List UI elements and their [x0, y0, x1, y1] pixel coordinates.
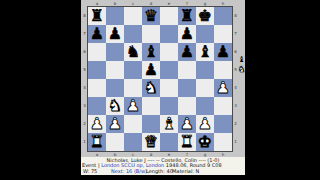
- square-e3[interactable]: [160, 97, 178, 115]
- chess-board[interactable]: ♜♛♜♚♟♟♟♞♝♟♝♟♟♞♟♞♟♟♟♝♟♟♜♛♜♚: [87, 6, 233, 152]
- rank-label-3: 3: [233, 96, 238, 114]
- square-g2[interactable]: ♟: [196, 115, 214, 133]
- square-b7[interactable]: ♟: [106, 25, 124, 43]
- piece-bR-a8[interactable]: ♜: [88, 7, 106, 24]
- piece-wK-g1[interactable]: ♚: [196, 133, 214, 150]
- square-h5[interactable]: [214, 61, 232, 79]
- square-f5[interactable]: [178, 61, 196, 79]
- piece-bB-g6[interactable]: ♝: [196, 43, 214, 60]
- square-c6[interactable]: ♞: [124, 43, 142, 61]
- square-b3[interactable]: ♞: [106, 97, 124, 115]
- square-h7[interactable]: [214, 25, 232, 43]
- square-g1[interactable]: ♚: [196, 133, 214, 151]
- square-a5[interactable]: [88, 61, 106, 79]
- piece-wP-g2[interactable]: ♟: [196, 115, 214, 132]
- stat-next: Next: 16 (B/w): [111, 168, 147, 174]
- piece-bP-f7[interactable]: ♟: [178, 25, 196, 42]
- piece-wB-e2[interactable]: ♝: [160, 115, 178, 132]
- square-f8[interactable]: ♜: [178, 7, 196, 25]
- square-b2[interactable]: ♟: [106, 115, 124, 133]
- piece-bP-h6[interactable]: ♟: [214, 43, 232, 60]
- square-a4[interactable]: [88, 79, 106, 97]
- rank-label-2: 2: [233, 114, 238, 132]
- piece-wP-f2[interactable]: ♟: [178, 115, 196, 132]
- square-a2[interactable]: ♟: [88, 115, 106, 133]
- square-c4[interactable]: [124, 79, 142, 97]
- piece-wP-b2[interactable]: ♟: [106, 115, 124, 132]
- stat-material: Material: N: [172, 168, 199, 174]
- rank-label-4: 4: [233, 78, 238, 96]
- piece-wR-f1[interactable]: ♜: [178, 133, 196, 150]
- square-e8[interactable]: [160, 7, 178, 25]
- square-d6[interactable]: ♝: [142, 43, 160, 61]
- square-b4[interactable]: [106, 79, 124, 97]
- square-f2[interactable]: ♟: [178, 115, 196, 133]
- rank-label-1: 1: [233, 132, 238, 150]
- piece-wR-a1[interactable]: ♜: [88, 133, 106, 150]
- chess-viewer-panel: abcdefgh 87654321 ♜♛♜♚♟♟♟♞♝♟♝♟♟♞♟♞♟♟♟♝♟♟…: [81, 0, 245, 175]
- square-g6[interactable]: ♝: [196, 43, 214, 61]
- piece-wP-c3[interactable]: ♟: [124, 97, 142, 114]
- square-c1[interactable]: [124, 133, 142, 151]
- piece-bP-d5[interactable]: ♟: [142, 61, 160, 78]
- stat-w: W: 75: [83, 168, 97, 174]
- square-e2[interactable]: ♝: [160, 115, 178, 133]
- piece-bP-a7[interactable]: ♟: [88, 25, 106, 42]
- material-imbalance-panel: ♝ ♞: [238, 55, 245, 74]
- square-e7[interactable]: [160, 25, 178, 43]
- square-f4[interactable]: [178, 79, 196, 97]
- square-f6[interactable]: ♟: [178, 43, 196, 61]
- square-a3[interactable]: [88, 97, 106, 115]
- square-f3[interactable]: [178, 97, 196, 115]
- square-c3[interactable]: ♟: [124, 97, 142, 115]
- square-d2[interactable]: [142, 115, 160, 133]
- stat-length: Length: 40: [146, 168, 173, 174]
- square-e6[interactable]: [160, 43, 178, 61]
- square-g7[interactable]: [196, 25, 214, 43]
- square-h1[interactable]: [214, 133, 232, 151]
- white-knight-icon: ♞: [238, 65, 245, 74]
- square-h4[interactable]: ♟: [214, 79, 232, 97]
- square-c8[interactable]: [124, 7, 142, 25]
- game-info-panel: Nicholas, Luke J ---- -- Costello, Colin…: [81, 157, 245, 175]
- square-f1[interactable]: ♜: [178, 133, 196, 151]
- square-d8[interactable]: ♛: [142, 7, 160, 25]
- square-b8[interactable]: [106, 7, 124, 25]
- piece-bR-f8[interactable]: ♜: [178, 7, 196, 24]
- piece-bP-b7[interactable]: ♟: [106, 25, 124, 42]
- piece-bB-d6[interactable]: ♝: [142, 43, 160, 60]
- square-g4[interactable]: [196, 79, 214, 97]
- square-g3[interactable]: [196, 97, 214, 115]
- piece-wP-h4[interactable]: ♟: [214, 79, 232, 96]
- square-a1[interactable]: ♜: [88, 133, 106, 151]
- square-d5[interactable]: ♟: [142, 61, 160, 79]
- square-c2[interactable]: [124, 115, 142, 133]
- board-frame: abcdefgh 87654321 ♜♛♜♚♟♟♟♞♝♟♝♟♟♞♟♞♟♟♟♝♟♟…: [82, 1, 238, 157]
- video-frame: abcdefgh 87654321 ♜♛♜♚♟♟♟♞♝♟♝♟♟♞♟♞♟♟♟♝♟♟…: [0, 0, 320, 180]
- square-a6[interactable]: [88, 43, 106, 61]
- square-g5[interactable]: [196, 61, 214, 79]
- square-e4[interactable]: [160, 79, 178, 97]
- square-d4[interactable]: ♞: [142, 79, 160, 97]
- square-f7[interactable]: ♟: [178, 25, 196, 43]
- square-h6[interactable]: ♟: [214, 43, 232, 61]
- square-g8[interactable]: ♚: [196, 7, 214, 25]
- piece-bP-f6[interactable]: ♟: [178, 43, 196, 60]
- square-h8[interactable]: [214, 7, 232, 25]
- piece-wQ-d1[interactable]: ♛: [142, 133, 160, 150]
- piece-wP-a2[interactable]: ♟: [88, 115, 106, 132]
- piece-bN-c6[interactable]: ♞: [124, 43, 142, 60]
- square-a7[interactable]: ♟: [88, 25, 106, 43]
- square-e1[interactable]: [160, 133, 178, 151]
- piece-bK-g8[interactable]: ♚: [196, 7, 214, 24]
- square-e5[interactable]: [160, 61, 178, 79]
- square-h2[interactable]: [214, 115, 232, 133]
- stats-line: W: 75 Next: 16 (B/w) Length: 40 Material…: [81, 168, 245, 174]
- rank-label-8: 8: [233, 6, 238, 24]
- square-c7[interactable]: [124, 25, 142, 43]
- rank-label-7: 7: [233, 24, 238, 42]
- piece-wN-b3[interactable]: ♞: [106, 97, 124, 114]
- square-b5[interactable]: [106, 61, 124, 79]
- black-bishop-icon: ♝: [238, 55, 245, 64]
- piece-wN-d4[interactable]: ♞: [142, 79, 160, 96]
- square-b6[interactable]: [106, 43, 124, 61]
- square-d7[interactable]: [142, 25, 160, 43]
- square-c5[interactable]: [124, 61, 142, 79]
- square-d3[interactable]: [142, 97, 160, 115]
- square-b1[interactable]: [106, 133, 124, 151]
- piece-bQ-d8[interactable]: ♛: [142, 7, 160, 24]
- square-d1[interactable]: ♛: [142, 133, 160, 151]
- square-a8[interactable]: ♜: [88, 7, 106, 25]
- square-h3[interactable]: [214, 97, 232, 115]
- rank-labels-right: 87654321: [233, 6, 238, 152]
